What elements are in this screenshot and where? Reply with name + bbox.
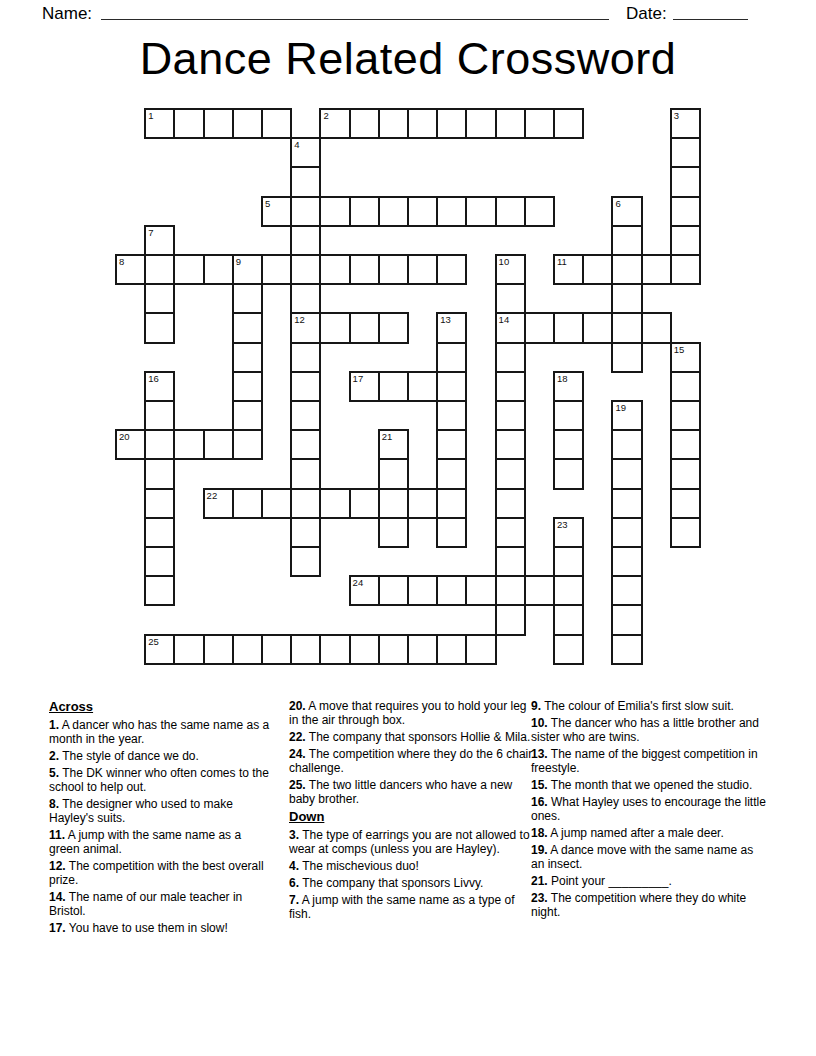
cell-r10c1[interactable] (144, 400, 175, 431)
cell-r0c12[interactable] (465, 108, 496, 139)
cell-r16c8[interactable]: 24 (349, 575, 380, 606)
cell-r7c14[interactable] (524, 312, 555, 343)
cell-r0c13[interactable] (495, 108, 526, 139)
cell-r16c12[interactable] (465, 575, 496, 606)
name-input-line[interactable] (101, 2, 609, 20)
clue-across-20: 20. A move that requires you to hold you… (289, 699, 533, 727)
cell-r18c15[interactable] (553, 634, 584, 665)
cell-r8c17[interactable] (611, 342, 642, 373)
clue-number-1: 1 (148, 111, 153, 121)
clue-number-label-down-3: 3. (289, 828, 299, 842)
cell-r16c10[interactable] (407, 575, 438, 606)
cell-r7c9[interactable] (378, 312, 409, 343)
clue-number-label-down-4: 4. (289, 859, 299, 873)
cell-r5c18[interactable] (641, 254, 672, 285)
cell-r5c4[interactable]: 9 (232, 254, 263, 285)
cell-r12c9[interactable] (378, 458, 409, 489)
cell-r7c7[interactable] (319, 312, 350, 343)
clue-number-label-down-6: 6. (289, 876, 299, 890)
cell-r5c6[interactable] (290, 254, 321, 285)
cell-r12c1[interactable] (144, 458, 175, 489)
clue-number-6: 6 (615, 199, 620, 209)
clue-number-label-across-12: 12. (49, 859, 66, 873)
cell-r0c7[interactable]: 2 (319, 108, 350, 139)
clue-number-label-down-10: 10. (531, 716, 548, 730)
clue-across-25: 25. The two little dancers who have a ne… (289, 778, 533, 806)
cell-r7c4[interactable] (232, 312, 263, 343)
cell-r15c1[interactable] (144, 546, 175, 577)
clue-number-label-down-23: 23. (531, 891, 548, 905)
cell-r18c1[interactable]: 25 (144, 634, 175, 665)
cell-r18c10[interactable] (407, 634, 438, 665)
clue-across-17: 17. You have to use them in slow! (49, 921, 275, 935)
clue-number-label-down-19: 19. (531, 843, 548, 857)
cell-r12c13[interactable] (495, 458, 526, 489)
cell-r0c19[interactable]: 3 (670, 108, 701, 139)
clue-number-22: 22 (207, 491, 218, 501)
clue-number-9: 9 (236, 257, 241, 267)
cell-r10c11[interactable] (436, 400, 467, 431)
clues-column-middle: 20. A move that requires you to hold you… (289, 699, 533, 924)
cell-r16c11[interactable] (436, 575, 467, 606)
cell-r14c11[interactable] (436, 517, 467, 548)
cell-r5c2[interactable] (173, 254, 204, 285)
cell-r4c6[interactable] (290, 225, 321, 256)
cell-r0c11[interactable] (436, 108, 467, 139)
cell-r13c9[interactable] (378, 488, 409, 519)
cell-r9c1[interactable]: 16 (144, 371, 175, 402)
clue-number-label-across-14: 14. (49, 890, 66, 904)
clue-number-3: 3 (674, 111, 679, 121)
clue-across-5: 5. The DK winner who often comes to the … (49, 766, 275, 794)
cell-r13c7[interactable] (319, 488, 350, 519)
clue-number-label-across-2: 2. (49, 749, 59, 763)
cell-r5c17[interactable] (611, 254, 642, 285)
cell-r6c17[interactable] (611, 283, 642, 314)
cell-r0c5[interactable] (261, 108, 292, 139)
cell-r16c9[interactable] (378, 575, 409, 606)
cell-r1c19[interactable] (670, 137, 701, 168)
clue-down-6: 6. The company that sponsors Livvy. (289, 876, 533, 890)
clue-number-17: 17 (353, 374, 364, 384)
cell-r2c6[interactable] (290, 166, 321, 197)
cell-r16c13[interactable] (495, 575, 526, 606)
cell-r14c9[interactable] (378, 517, 409, 548)
cell-r13c3[interactable]: 22 (203, 488, 234, 519)
cell-r7c16[interactable] (582, 312, 613, 343)
cell-r15c15[interactable] (553, 546, 584, 577)
clue-number-24: 24 (353, 578, 364, 588)
cell-r13c10[interactable] (407, 488, 438, 519)
date-field-label: Date: (626, 4, 667, 24)
clue-number-label-across-25: 25. (289, 778, 306, 792)
cell-r5c8[interactable] (349, 254, 380, 285)
clue-down-9: 9. The colour of Emilia's first slow sui… (531, 699, 767, 713)
cell-r11c19[interactable] (670, 429, 701, 460)
cell-r9c6[interactable] (290, 371, 321, 402)
cell-r18c9[interactable] (378, 634, 409, 665)
cell-r10c19[interactable] (670, 400, 701, 431)
cell-r11c13[interactable] (495, 429, 526, 460)
cell-r13c13[interactable] (495, 488, 526, 519)
cell-r3c5[interactable]: 5 (261, 196, 292, 227)
cell-r14c13[interactable] (495, 517, 526, 548)
cell-r14c1[interactable] (144, 517, 175, 548)
cell-r0c8[interactable] (349, 108, 380, 139)
cell-r16c17[interactable] (611, 575, 642, 606)
cell-r11c15[interactable] (553, 429, 584, 460)
cell-r7c15[interactable] (553, 312, 584, 343)
clue-number-14: 14 (499, 315, 510, 325)
cell-r2c19[interactable] (670, 166, 701, 197)
clue-number-8: 8 (119, 257, 124, 267)
cell-r0c15[interactable] (553, 108, 584, 139)
cell-r3c9[interactable] (378, 196, 409, 227)
clue-number-20: 20 (119, 432, 130, 442)
cell-r8c11[interactable] (436, 342, 467, 373)
across-section-header: Across (49, 699, 275, 714)
cell-r5c15[interactable]: 11 (553, 254, 584, 285)
cell-r3c11[interactable] (436, 196, 467, 227)
cell-r14c19[interactable] (670, 517, 701, 548)
clue-number-label-across-8: 8. (49, 797, 59, 811)
cell-r8c13[interactable] (495, 342, 526, 373)
cell-r14c17[interactable] (611, 517, 642, 548)
cell-r7c17[interactable] (611, 312, 642, 343)
cell-r5c19[interactable] (670, 254, 701, 285)
clue-number-12: 12 (294, 315, 305, 325)
cell-r9c19[interactable] (670, 371, 701, 402)
clue-number-label-across-20: 20. (289, 699, 306, 713)
cell-r7c6[interactable]: 12 (290, 312, 321, 343)
clue-number-label-down-15: 15. (531, 778, 548, 792)
page-title: Dance Related Crossword (0, 33, 816, 85)
cell-r15c17[interactable] (611, 546, 642, 577)
clue-down-19: 19. A dance move with the same name as a… (531, 843, 767, 871)
cell-r12c6[interactable] (290, 458, 321, 489)
clue-across-2: 2. The style of dance we do. (49, 749, 275, 763)
cell-r0c3[interactable] (203, 108, 234, 139)
cell-r3c17[interactable]: 6 (611, 196, 642, 227)
cell-r3c19[interactable] (670, 196, 701, 227)
cell-r9c9[interactable] (378, 371, 409, 402)
cell-r3c10[interactable] (407, 196, 438, 227)
cell-r3c13[interactable] (495, 196, 526, 227)
cell-r9c10[interactable] (407, 371, 438, 402)
cell-r6c4[interactable] (232, 283, 263, 314)
cell-r12c11[interactable] (436, 458, 467, 489)
worksheet-page: Name: Date: Dance Related Crossword 1234… (0, 0, 816, 1056)
clue-number-25: 25 (148, 637, 159, 647)
cell-r18c8[interactable] (349, 634, 380, 665)
cell-r8c4[interactable] (232, 342, 263, 373)
cell-r13c4[interactable] (232, 488, 263, 519)
cell-r11c17[interactable] (611, 429, 642, 460)
cell-r5c13[interactable]: 10 (495, 254, 526, 285)
cell-r3c12[interactable] (465, 196, 496, 227)
cell-r10c13[interactable] (495, 400, 526, 431)
clue-across-8: 8. The designer who used to make Hayley'… (49, 797, 275, 825)
cell-r7c8[interactable] (349, 312, 380, 343)
cell-r13c17[interactable] (611, 488, 642, 519)
cell-r10c4[interactable] (232, 400, 263, 431)
cell-r7c11[interactable]: 13 (436, 312, 467, 343)
cell-r5c9[interactable] (378, 254, 409, 285)
cell-r3c8[interactable] (349, 196, 380, 227)
clue-across-12: 12. The competition with the best overal… (49, 859, 275, 887)
cell-r13c6[interactable] (290, 488, 321, 519)
cell-r14c6[interactable] (290, 517, 321, 548)
cell-r18c11[interactable] (436, 634, 467, 665)
clue-number-23: 23 (557, 520, 568, 530)
clue-number-label-across-24: 24. (289, 747, 306, 761)
clue-down-7: 7. A jump with the same name as a type o… (289, 893, 533, 921)
cell-r18c6[interactable] (290, 634, 321, 665)
crossword-grid: 1234567891011121314151617181920212223242… (116, 109, 700, 664)
cell-r6c6[interactable] (290, 283, 321, 314)
cell-r0c2[interactable] (173, 108, 204, 139)
clue-down-23: 23. The competition where they do white … (531, 891, 767, 919)
clues-column-across: Across1. A dancer who has the same name … (49, 699, 275, 938)
clue-across-22: 22. The company that sponsors Hollie & M… (289, 730, 533, 744)
clue-down-15: 15. The month that we opened the studio. (531, 778, 767, 792)
cell-r16c15[interactable] (553, 575, 584, 606)
clue-number-16: 16 (148, 374, 159, 384)
cell-r4c17[interactable] (611, 225, 642, 256)
cell-r18c2[interactable] (173, 634, 204, 665)
cell-r13c8[interactable] (349, 488, 380, 519)
cell-r5c3[interactable] (203, 254, 234, 285)
cell-r18c4[interactable] (232, 634, 263, 665)
clue-number-label-down-21: 21. (531, 874, 548, 888)
cell-r11c0[interactable]: 20 (115, 429, 146, 460)
clue-down-13: 13. The name of the biggest competition … (531, 747, 767, 775)
cell-r5c1[interactable] (144, 254, 175, 285)
clue-number-label-down-13: 13. (531, 747, 548, 761)
date-input-line[interactable] (673, 2, 748, 20)
cell-r13c1[interactable] (144, 488, 175, 519)
clue-down-4: 4. The mischevious duo! (289, 859, 533, 873)
cell-r0c14[interactable] (524, 108, 555, 139)
clue-number-19: 19 (615, 403, 626, 413)
cell-r9c13[interactable] (495, 371, 526, 402)
cell-r18c17[interactable] (611, 634, 642, 665)
clue-down-16: 16. What Hayley uses to encourage the li… (531, 795, 767, 823)
clue-number-4: 4 (294, 140, 299, 150)
clue-number-label-across-22: 22. (289, 730, 306, 744)
clue-number-label-down-16: 16. (531, 795, 548, 809)
cell-r3c6[interactable] (290, 196, 321, 227)
clue-number-13: 13 (440, 315, 451, 325)
down-section-header: Down (289, 809, 533, 824)
clue-number-label-across-1: 1. (49, 718, 59, 732)
cell-r9c4[interactable] (232, 371, 263, 402)
clue-across-24: 24. The competition where they do the 6 … (289, 747, 533, 775)
cell-r5c0[interactable]: 8 (115, 254, 146, 285)
cell-r17c15[interactable] (553, 604, 584, 635)
cell-r8c19[interactable]: 15 (670, 342, 701, 373)
cell-r13c5[interactable] (261, 488, 292, 519)
cell-r11c11[interactable] (436, 429, 467, 460)
cell-r12c15[interactable] (553, 458, 584, 489)
cell-r14c15[interactable]: 23 (553, 517, 584, 548)
clue-number-15: 15 (674, 345, 685, 355)
cell-r11c2[interactable] (173, 429, 204, 460)
clue-number-label-down-7: 7. (289, 893, 299, 907)
clue-number-label-down-18: 18. (531, 826, 548, 840)
clue-number-2: 2 (323, 111, 328, 121)
cell-r9c11[interactable] (436, 371, 467, 402)
cell-r5c16[interactable] (582, 254, 613, 285)
cell-r18c12[interactable] (465, 634, 496, 665)
cell-r15c13[interactable] (495, 546, 526, 577)
clue-across-14: 14. The name of our male teacher in Bris… (49, 890, 275, 918)
cell-r8c6[interactable] (290, 342, 321, 373)
clue-number-11: 11 (557, 257, 567, 267)
cell-r5c10[interactable] (407, 254, 438, 285)
cell-r3c14[interactable] (524, 196, 555, 227)
clue-number-10: 10 (499, 257, 510, 267)
cell-r11c4[interactable] (232, 429, 263, 460)
cell-r0c9[interactable] (378, 108, 409, 139)
cell-r0c10[interactable] (407, 108, 438, 139)
cell-r3c7[interactable] (319, 196, 350, 227)
cell-r0c1[interactable]: 1 (144, 108, 175, 139)
cell-r10c6[interactable] (290, 400, 321, 431)
name-field-label: Name: (42, 4, 92, 24)
clue-number-18: 18 (557, 374, 568, 384)
clue-number-label-across-11: 11. (49, 828, 65, 842)
clue-down-10: 10. The dancer who has a little brother … (531, 716, 767, 744)
cell-r15c6[interactable] (290, 546, 321, 577)
cell-r5c11[interactable] (436, 254, 467, 285)
cell-r11c6[interactable] (290, 429, 321, 460)
clues-column-down: 9. The colour of Emilia's first slow sui… (531, 699, 767, 922)
cell-r13c11[interactable] (436, 488, 467, 519)
clue-number-5: 5 (265, 199, 270, 209)
clue-number-label-across-5: 5. (49, 766, 59, 780)
cell-r0c4[interactable] (232, 108, 263, 139)
cell-r11c1[interactable] (144, 429, 175, 460)
cell-r18c7[interactable] (319, 634, 350, 665)
cell-r13c19[interactable] (670, 488, 701, 519)
cell-r10c15[interactable] (553, 400, 584, 431)
cell-r18c3[interactable] (203, 634, 234, 665)
clue-down-21: 21. Point your _________. (531, 874, 767, 888)
cell-r16c1[interactable] (144, 575, 175, 606)
cell-r12c17[interactable] (611, 458, 642, 489)
cell-r6c1[interactable] (144, 283, 175, 314)
cell-r4c19[interactable] (670, 225, 701, 256)
cell-r5c5[interactable] (261, 254, 292, 285)
clue-across-11: 11. A jump with the same name as a green… (49, 828, 275, 856)
cell-r4c1[interactable]: 7 (144, 225, 175, 256)
cell-r1c6[interactable]: 4 (290, 137, 321, 168)
cell-r9c15[interactable]: 18 (553, 371, 584, 402)
cell-r17c13[interactable] (495, 604, 526, 635)
cell-r11c3[interactable] (203, 429, 234, 460)
cell-r16c14[interactable] (524, 575, 555, 606)
cell-r7c1[interactable] (144, 312, 175, 343)
cell-r11c9[interactable]: 21 (378, 429, 409, 460)
cell-r7c18[interactable] (641, 312, 672, 343)
clue-number-21: 21 (382, 432, 393, 442)
cell-r10c17[interactable]: 19 (611, 400, 642, 431)
cell-r12c19[interactable] (670, 458, 701, 489)
cell-r6c13[interactable] (495, 283, 526, 314)
clue-number-7: 7 (148, 228, 153, 238)
cell-r17c17[interactable] (611, 604, 642, 635)
clue-number-label-down-9: 9. (531, 699, 541, 713)
clue-number-label-across-17: 17. (49, 921, 66, 935)
clue-down-18: 18. A jump named after a male deer. (531, 826, 767, 840)
clue-down-3: 3. The type of earrings you are not allo… (289, 828, 533, 856)
cell-r9c8[interactable]: 17 (349, 371, 380, 402)
cell-r18c5[interactable] (261, 634, 292, 665)
cell-r7c13[interactable]: 14 (495, 312, 526, 343)
cell-r5c7[interactable] (319, 254, 350, 285)
clue-across-1: 1. A dancer who has the same name as a m… (49, 718, 275, 746)
